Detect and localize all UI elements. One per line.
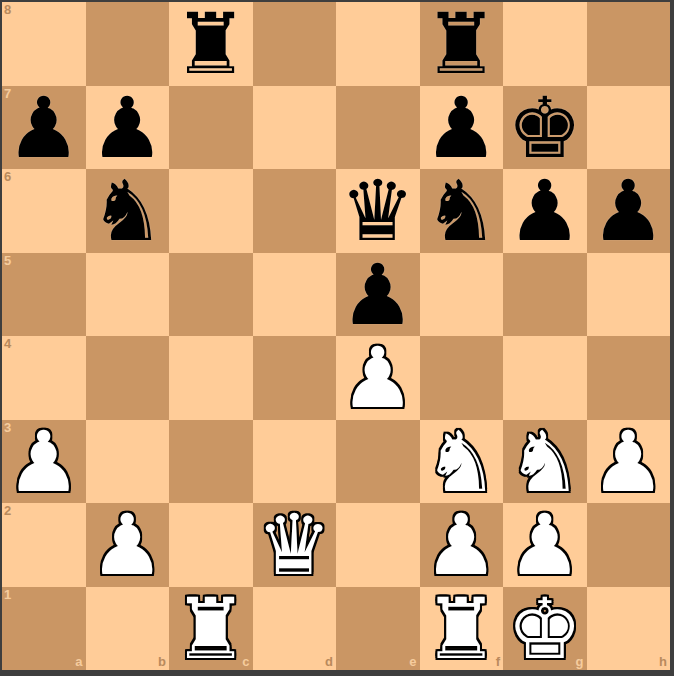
black-queen-piece[interactable]: ♛ (340, 170, 415, 253)
white-queen-piece[interactable]: ♛ (257, 504, 332, 587)
square-a8[interactable]: 8 (2, 2, 86, 86)
white-pawn-piece[interactable]: ♟ (6, 421, 81, 504)
square-g8[interactable] (503, 2, 587, 86)
square-e1[interactable]: e (336, 587, 420, 671)
square-b8[interactable] (86, 2, 170, 86)
square-d5[interactable] (253, 253, 337, 337)
square-a4[interactable]: 4 (2, 336, 86, 420)
square-h6[interactable]: ♟ (587, 169, 671, 253)
square-g4[interactable] (503, 336, 587, 420)
square-e3[interactable] (336, 420, 420, 504)
square-g3[interactable]: ♞ (503, 420, 587, 504)
square-b1[interactable]: b (86, 587, 170, 671)
file-label-b: b (158, 655, 166, 668)
chessboard: 8♜♜7♟♟♟♚6♞♛♞♟♟5♟4♟3♟♞♞♟2♟♛♟♟1abc♜def♜g♚h (2, 2, 670, 670)
rank-label-1: 1 (4, 588, 11, 601)
square-h7[interactable] (587, 86, 671, 170)
square-b4[interactable] (86, 336, 170, 420)
white-pawn-piece[interactable]: ♟ (507, 504, 582, 587)
chessboard-frame: 8♜♜7♟♟♟♚6♞♛♞♟♟5♟4♟3♟♞♞♟2♟♛♟♟1abc♜def♜g♚h (0, 0, 674, 676)
square-d4[interactable] (253, 336, 337, 420)
white-rook-piece[interactable]: ♜ (173, 588, 248, 671)
square-d1[interactable]: d (253, 587, 337, 671)
square-a6[interactable]: 6 (2, 169, 86, 253)
black-knight-piece[interactable]: ♞ (90, 170, 165, 253)
square-g2[interactable]: ♟ (503, 503, 587, 587)
square-c4[interactable] (169, 336, 253, 420)
square-h8[interactable] (587, 2, 671, 86)
square-a3[interactable]: 3♟ (2, 420, 86, 504)
white-pawn-piece[interactable]: ♟ (340, 337, 415, 420)
black-king-piece[interactable]: ♚ (507, 87, 582, 170)
square-f5[interactable] (420, 253, 504, 337)
square-f2[interactable]: ♟ (420, 503, 504, 587)
black-pawn-piece[interactable]: ♟ (90, 87, 165, 170)
square-g6[interactable]: ♟ (503, 169, 587, 253)
square-e7[interactable] (336, 86, 420, 170)
square-e8[interactable] (336, 2, 420, 86)
square-c1[interactable]: c♜ (169, 587, 253, 671)
square-f1[interactable]: f♜ (420, 587, 504, 671)
square-h3[interactable]: ♟ (587, 420, 671, 504)
square-d3[interactable] (253, 420, 337, 504)
square-c7[interactable] (169, 86, 253, 170)
square-b2[interactable]: ♟ (86, 503, 170, 587)
square-h1[interactable]: h (587, 587, 671, 671)
square-g1[interactable]: g♚ (503, 587, 587, 671)
square-b6[interactable]: ♞ (86, 169, 170, 253)
file-label-h: h (659, 655, 667, 668)
square-c5[interactable] (169, 253, 253, 337)
black-pawn-piece[interactable]: ♟ (424, 87, 499, 170)
square-c2[interactable] (169, 503, 253, 587)
file-label-a: a (75, 655, 82, 668)
square-h5[interactable] (587, 253, 671, 337)
white-pawn-piece[interactable]: ♟ (591, 421, 666, 504)
square-h2[interactable] (587, 503, 671, 587)
black-pawn-piece[interactable]: ♟ (507, 170, 582, 253)
white-king-piece[interactable]: ♚ (507, 588, 582, 671)
square-a2[interactable]: 2 (2, 503, 86, 587)
square-d7[interactable] (253, 86, 337, 170)
white-knight-piece[interactable]: ♞ (424, 421, 499, 504)
square-g5[interactable] (503, 253, 587, 337)
black-knight-piece[interactable]: ♞ (424, 170, 499, 253)
square-d8[interactable] (253, 2, 337, 86)
rank-label-4: 4 (4, 337, 11, 350)
square-e2[interactable] (336, 503, 420, 587)
square-f6[interactable]: ♞ (420, 169, 504, 253)
rank-label-8: 8 (4, 3, 11, 16)
square-e4[interactable]: ♟ (336, 336, 420, 420)
square-a5[interactable]: 5 (2, 253, 86, 337)
square-b7[interactable]: ♟ (86, 86, 170, 170)
black-pawn-piece[interactable]: ♟ (591, 170, 666, 253)
white-pawn-piece[interactable]: ♟ (90, 504, 165, 587)
white-rook-piece[interactable]: ♜ (424, 588, 499, 671)
rank-label-6: 6 (4, 170, 11, 183)
square-a1[interactable]: 1a (2, 587, 86, 671)
square-f7[interactable]: ♟ (420, 86, 504, 170)
square-f4[interactable] (420, 336, 504, 420)
square-b3[interactable] (86, 420, 170, 504)
black-rook-piece[interactable]: ♜ (424, 3, 499, 86)
square-d6[interactable] (253, 169, 337, 253)
square-e6[interactable]: ♛ (336, 169, 420, 253)
square-b5[interactable] (86, 253, 170, 337)
rank-label-5: 5 (4, 254, 11, 267)
square-f3[interactable]: ♞ (420, 420, 504, 504)
square-a7[interactable]: 7♟ (2, 86, 86, 170)
white-knight-piece[interactable]: ♞ (507, 421, 582, 504)
black-rook-piece[interactable]: ♜ (173, 3, 248, 86)
square-c3[interactable] (169, 420, 253, 504)
black-pawn-piece[interactable]: ♟ (340, 254, 415, 337)
square-h4[interactable] (587, 336, 671, 420)
rank-label-2: 2 (4, 504, 11, 517)
square-c8[interactable]: ♜ (169, 2, 253, 86)
square-g7[interactable]: ♚ (503, 86, 587, 170)
square-c6[interactable] (169, 169, 253, 253)
file-label-d: d (325, 655, 333, 668)
black-pawn-piece[interactable]: ♟ (6, 87, 81, 170)
square-e5[interactable]: ♟ (336, 253, 420, 337)
square-f8[interactable]: ♜ (420, 2, 504, 86)
white-pawn-piece[interactable]: ♟ (424, 504, 499, 587)
file-label-e: e (409, 655, 416, 668)
square-d2[interactable]: ♛ (253, 503, 337, 587)
